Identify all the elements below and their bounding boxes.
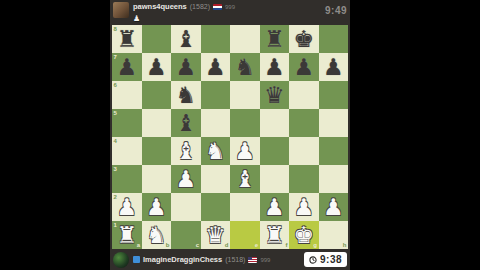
- piece-black-king[interactable]: ♚: [289, 25, 319, 53]
- square-g1[interactable]: g♚: [289, 221, 319, 249]
- square-h1[interactable]: h: [319, 221, 349, 249]
- square-d5[interactable]: [201, 109, 231, 137]
- square-d3[interactable]: [201, 165, 231, 193]
- piece-white-bishop[interactable]: ♝: [230, 165, 260, 193]
- square-c7[interactable]: ♟: [171, 53, 201, 81]
- square-c3[interactable]: ♟: [171, 165, 201, 193]
- top-player-avatar[interactable]: [113, 2, 129, 18]
- square-h2[interactable]: ♟: [319, 193, 349, 221]
- bottom-player-rating: (1518): [225, 256, 245, 263]
- square-a2[interactable]: 2♟: [112, 193, 142, 221]
- square-e7[interactable]: ♞: [230, 53, 260, 81]
- rank-label-8: 8: [114, 26, 117, 32]
- top-player-rating: (1582): [190, 3, 210, 10]
- square-e5[interactable]: [230, 109, 260, 137]
- netherlands-flag-icon: [213, 4, 222, 10]
- piece-black-pawn[interactable]: ♟: [171, 53, 201, 81]
- square-a5[interactable]: 5: [112, 109, 142, 137]
- square-a1[interactable]: 1a♜: [112, 221, 142, 249]
- member-badge-icon: [133, 256, 140, 263]
- piece-black-bishop[interactable]: ♝: [171, 25, 201, 53]
- piece-black-pawn[interactable]: ♟: [260, 53, 290, 81]
- file-label-d: d: [225, 242, 229, 248]
- piece-white-pawn[interactable]: ♟: [319, 193, 349, 221]
- rank-label-5: 5: [114, 110, 117, 116]
- rank-label-6: 6: [114, 82, 117, 88]
- piece-white-pawn[interactable]: ♟: [260, 193, 290, 221]
- file-label-e: e: [255, 242, 258, 248]
- square-f3[interactable]: [260, 165, 290, 193]
- square-f2[interactable]: ♟: [260, 193, 290, 221]
- square-h8[interactable]: [319, 25, 349, 53]
- top-player-captured-pieces: ♟: [133, 12, 235, 20]
- timer-icon: [309, 256, 317, 264]
- square-h7[interactable]: ♟: [319, 53, 349, 81]
- file-label-f: f: [286, 242, 288, 248]
- piece-black-rook[interactable]: ♜: [260, 25, 290, 53]
- file-label-g: g: [313, 242, 317, 248]
- square-b2[interactable]: ♟: [142, 193, 172, 221]
- top-player-bar: pawns4queens (1582) 999 ♟ 9:49: [110, 0, 350, 25]
- bottom-player-name[interactable]: ImagineDragginChess: [143, 255, 222, 264]
- square-b8[interactable]: [142, 25, 172, 53]
- square-f4[interactable]: [260, 137, 290, 165]
- square-h5[interactable]: [319, 109, 349, 137]
- bottom-player-bar: ImagineDragginChess (1518) 999 9:38: [110, 249, 350, 270]
- square-d1[interactable]: d♛: [201, 221, 231, 249]
- square-a3[interactable]: 3: [112, 165, 142, 193]
- square-a7[interactable]: 7♟: [112, 53, 142, 81]
- piece-black-pawn[interactable]: ♟: [201, 53, 231, 81]
- piece-white-pawn[interactable]: ♟: [171, 165, 201, 193]
- square-b6[interactable]: [142, 81, 172, 109]
- piece-black-pawn[interactable]: ♟: [289, 53, 319, 81]
- united-states-flag-icon: [248, 257, 257, 263]
- square-g8[interactable]: ♚: [289, 25, 319, 53]
- square-g7[interactable]: ♟: [289, 53, 319, 81]
- square-h6[interactable]: [319, 81, 349, 109]
- square-d4[interactable]: ♞: [201, 137, 231, 165]
- square-e6[interactable]: [230, 81, 260, 109]
- bottom-player-badge: 999: [260, 257, 270, 263]
- square-a6[interactable]: 6: [112, 81, 142, 109]
- captured-white-pawn-icon: ♟: [133, 14, 140, 23]
- square-f6[interactable]: ♛: [260, 81, 290, 109]
- square-c6[interactable]: ♞: [171, 81, 201, 109]
- rank-label-7: 7: [114, 54, 117, 60]
- rank-label-2: 2: [114, 194, 117, 200]
- top-player-badge: 999: [225, 4, 235, 10]
- piece-black-queen[interactable]: ♛: [260, 81, 290, 109]
- piece-white-knight[interactable]: ♞: [201, 137, 231, 165]
- square-f7[interactable]: ♟: [260, 53, 290, 81]
- square-g6[interactable]: [289, 81, 319, 109]
- square-h4[interactable]: [319, 137, 349, 165]
- piece-black-knight[interactable]: ♞: [230, 53, 260, 81]
- square-e8[interactable]: [230, 25, 260, 53]
- bottom-player-clock: 9:38: [304, 252, 347, 267]
- square-f5[interactable]: [260, 109, 290, 137]
- square-c1[interactable]: c: [171, 221, 201, 249]
- piece-black-bishop[interactable]: ♝: [171, 109, 201, 137]
- top-player-name[interactable]: pawns4queens: [133, 2, 187, 11]
- square-b1[interactable]: b♞: [142, 221, 172, 249]
- square-c4[interactable]: ♝: [171, 137, 201, 165]
- square-e4[interactable]: ♟: [230, 137, 260, 165]
- square-d7[interactable]: ♟: [201, 53, 231, 81]
- piece-black-knight[interactable]: ♞: [171, 81, 201, 109]
- file-label-h: h: [343, 242, 347, 248]
- screen: pawns4queens (1582) 999 ♟ 9:49 8♜♝♜♚7♟♟♟…: [0, 0, 480, 270]
- square-f8[interactable]: ♜: [260, 25, 290, 53]
- piece-white-bishop[interactable]: ♝: [171, 137, 201, 165]
- square-g4[interactable]: [289, 137, 319, 165]
- square-e3[interactable]: ♝: [230, 165, 260, 193]
- square-b4[interactable]: [142, 137, 172, 165]
- bottom-player-clock-time: 9:38: [320, 254, 342, 265]
- square-e2[interactable]: [230, 193, 260, 221]
- piece-black-pawn[interactable]: ♟: [319, 53, 349, 81]
- file-label-c: c: [196, 242, 199, 248]
- piece-white-pawn[interactable]: ♟: [230, 137, 260, 165]
- game-panel: pawns4queens (1582) 999 ♟ 9:49 8♜♝♜♚7♟♟♟…: [110, 0, 350, 270]
- file-label-a: a: [137, 242, 140, 248]
- chess-board[interactable]: 8♜♝♜♚7♟♟♟♟♞♟♟♟6♞♛5♝4♝♞♟3♟♝2♟♟♟♟♟1a♜b♞cd♛…: [112, 25, 348, 249]
- square-d6[interactable]: [201, 81, 231, 109]
- square-c5[interactable]: ♝: [171, 109, 201, 137]
- square-f1[interactable]: f♜: [260, 221, 290, 249]
- top-player-clock: 9:49: [325, 2, 347, 16]
- square-b3[interactable]: [142, 165, 172, 193]
- square-a8[interactable]: 8♜: [112, 25, 142, 53]
- piece-black-pawn[interactable]: ♟: [142, 53, 172, 81]
- square-d2[interactable]: [201, 193, 231, 221]
- rank-label-1: 1: [114, 222, 117, 228]
- square-c2[interactable]: [171, 193, 201, 221]
- square-c8[interactable]: ♝: [171, 25, 201, 53]
- square-b7[interactable]: ♟: [142, 53, 172, 81]
- square-g3[interactable]: [289, 165, 319, 193]
- square-e1[interactable]: e: [230, 221, 260, 249]
- square-d8[interactable]: [201, 25, 231, 53]
- square-a4[interactable]: 4: [112, 137, 142, 165]
- rank-label-3: 3: [114, 166, 117, 172]
- square-b5[interactable]: [142, 109, 172, 137]
- bottom-player-avatar[interactable]: [113, 252, 129, 268]
- piece-white-pawn[interactable]: ♟: [142, 193, 172, 221]
- square-g2[interactable]: ♟: [289, 193, 319, 221]
- piece-white-pawn[interactable]: ♟: [289, 193, 319, 221]
- rank-label-4: 4: [114, 138, 117, 144]
- file-label-b: b: [166, 242, 170, 248]
- square-h3[interactable]: [319, 165, 349, 193]
- square-g5[interactable]: [289, 109, 319, 137]
